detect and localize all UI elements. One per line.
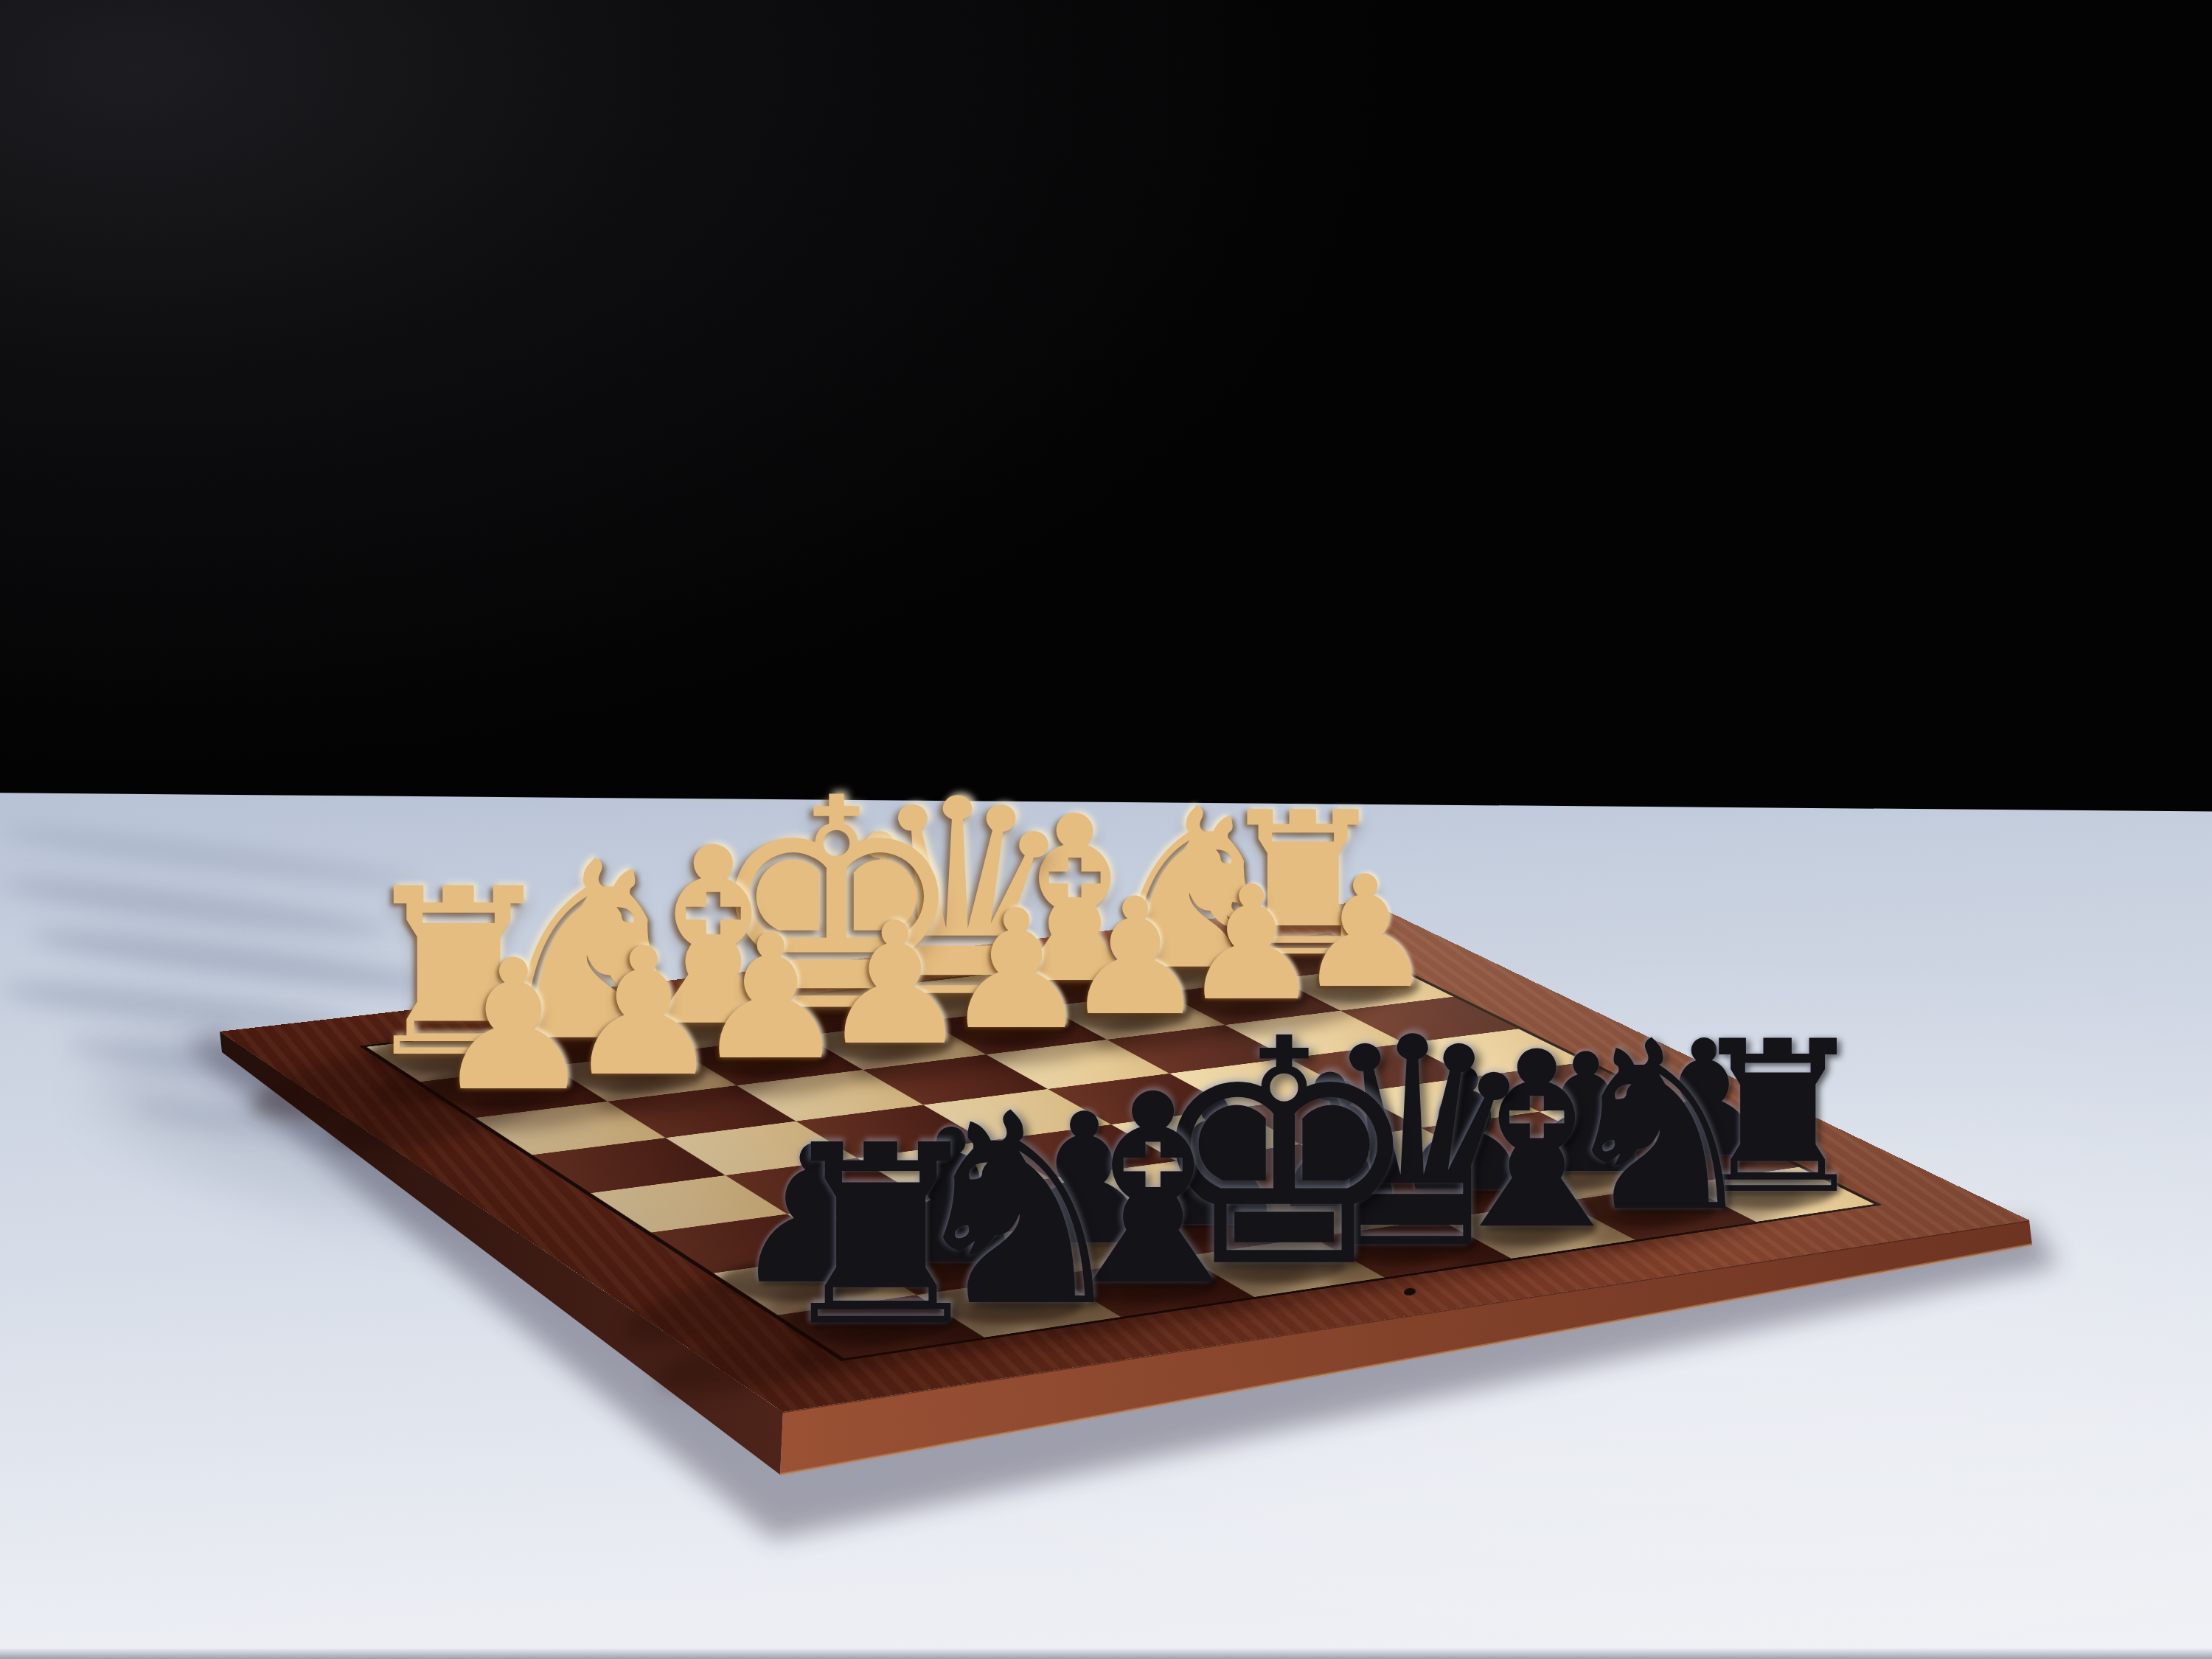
table-front-edge xyxy=(0,1648,2212,1659)
board-edge-faces xyxy=(0,0,2212,1659)
photo-scene: ♜♞♝♛♚♝♞♜♟♟♟♟♟♟♟♟♟♟♟♟♟♟♟♟♜♞♝♛♚♝♞♜ xyxy=(0,0,2212,1659)
